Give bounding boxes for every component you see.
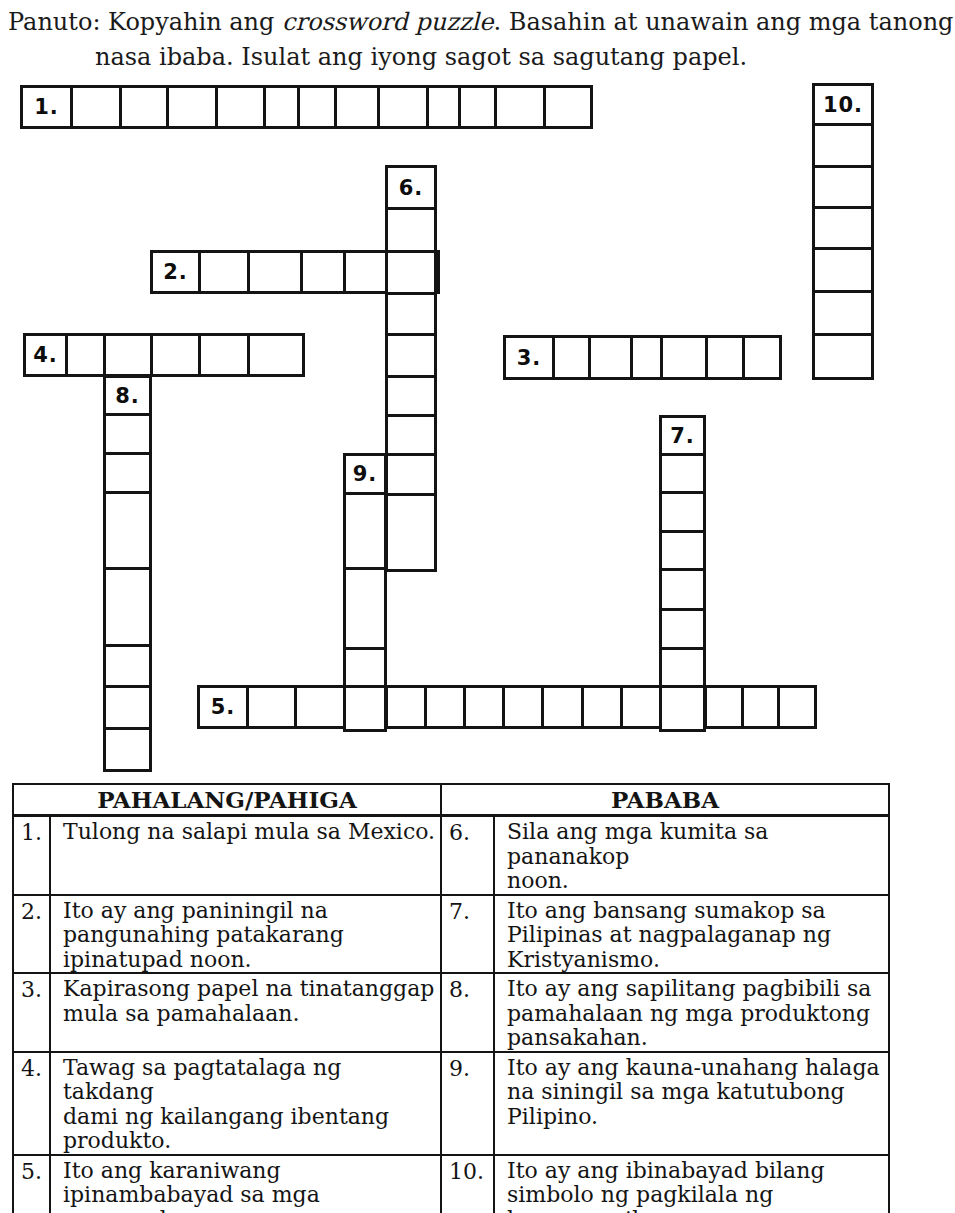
- grid-cell-9-2[interactable]: [343, 492, 387, 570]
- grid-cell-7-5[interactable]: [659, 568, 706, 611]
- grid-cell-4-4[interactable]: [150, 333, 201, 377]
- grid-cell-7-4[interactable]: [659, 530, 706, 571]
- grid-number-1: 1.: [34, 95, 59, 119]
- clue-row-4: 4.Tawag sa pagtatalaga ng takdang dami n…: [13, 1052, 889, 1155]
- grid-cell-5-10[interactable]: [581, 685, 623, 729]
- grid-cell-10-1[interactable]: 10.: [812, 83, 874, 126]
- across-clue-number: 1.: [13, 816, 50, 895]
- grid-number-4: 4.: [33, 343, 58, 367]
- across-clue-text: Kapirasong papel na tinatanggap mula sa …: [50, 973, 441, 1052]
- grid-cell-5-13[interactable]: [704, 685, 744, 729]
- grid-cell-7-3[interactable]: [659, 491, 706, 533]
- grid-cell-4-3[interactable]: [103, 333, 153, 377]
- grid-cell-9-3[interactable]: [343, 567, 387, 650]
- grid-cell-8-5[interactable]: [103, 567, 152, 647]
- grid-cell-8-8[interactable]: [103, 727, 152, 772]
- grid-cell-3-3[interactable]: [588, 335, 633, 380]
- down-clue-number: 10.: [441, 1155, 494, 1213]
- across-clue-text: Tulong na salapi mula sa Mexico.: [50, 816, 441, 895]
- grid-cell-8-2[interactable]: [103, 413, 152, 455]
- grid-number-5: 5.: [211, 695, 236, 719]
- grid-number-8: 8.: [115, 384, 140, 408]
- grid-cell-9-5[interactable]: [343, 685, 387, 732]
- grid-cell-5-2[interactable]: [246, 685, 297, 729]
- grid-number-3: 3.: [517, 346, 542, 370]
- clues-body: 1.Tulong na salapi mula sa Mexico.6.Sila…: [13, 816, 889, 1213]
- grid-cell-6-4[interactable]: [385, 292, 437, 336]
- grid-cell-10-3[interactable]: [812, 165, 874, 209]
- grid-cell-3-5[interactable]: [660, 335, 708, 380]
- grid-cell-3-7[interactable]: [742, 335, 782, 380]
- across-clue-text: Ito ang karaniwang ipinambabayad sa mga …: [50, 1155, 441, 1213]
- grid-cell-3-6[interactable]: [705, 335, 745, 380]
- grid-cell-1-9[interactable]: [377, 85, 429, 129]
- grid-cell-9-4[interactable]: [343, 647, 387, 688]
- grid-cell-1-12[interactable]: [494, 85, 546, 129]
- grid-cell-2-2[interactable]: [198, 250, 250, 294]
- grid-cell-8-1[interactable]: 8.: [103, 375, 152, 416]
- grid-cell-1-11[interactable]: [458, 85, 497, 129]
- grid-cell-5-6[interactable]: [424, 685, 466, 729]
- grid-cell-1-7[interactable]: [297, 85, 337, 129]
- grid-cell-1-10[interactable]: [426, 85, 461, 129]
- grid-cell-8-6[interactable]: [103, 644, 152, 688]
- across-clue-number: 3.: [13, 973, 50, 1052]
- grid-cell-3-4[interactable]: [630, 335, 663, 380]
- grid-cell-6-1[interactable]: 6.: [385, 165, 437, 210]
- clues-header-row: PAHALANG/PAHIGA PABABA: [13, 784, 889, 816]
- grid-cell-7-6[interactable]: [659, 608, 706, 650]
- grid-number-7: 7.: [670, 424, 695, 448]
- grid-cell-8-4[interactable]: [103, 491, 152, 570]
- grid-cell-5-14[interactable]: [741, 685, 780, 729]
- down-clue-text: Sila ang mga kumita sa pananakop noon.: [494, 816, 889, 895]
- grid-cell-10-7[interactable]: [812, 333, 874, 380]
- grid-cell-5-8[interactable]: [502, 685, 544, 729]
- grid-cell-2-5[interactable]: [343, 250, 388, 294]
- down-clue-number: 8.: [441, 973, 494, 1052]
- down-header: PABABA: [441, 784, 889, 816]
- grid-cell-5-7[interactable]: [463, 685, 505, 729]
- grid-cell-10-4[interactable]: [812, 206, 874, 250]
- grid-cell-7-2[interactable]: [659, 453, 706, 494]
- grid-cell-10-6[interactable]: [812, 290, 874, 336]
- grid-cell-6-2[interactable]: [385, 207, 437, 253]
- down-clue-number: 9.: [441, 1052, 494, 1155]
- down-clue-number: 7.: [441, 895, 494, 974]
- grid-cell-6-3[interactable]: [385, 250, 437, 295]
- clue-row-2: 2.Ito ay ang paniningil na pangunahing p…: [13, 895, 889, 974]
- grid-cell-9-1[interactable]: 9.: [343, 453, 387, 495]
- grid-cell-8-3[interactable]: [103, 452, 152, 494]
- grid-cell-3-1[interactable]: 3.: [503, 335, 555, 380]
- grid-cell-7-1[interactable]: 7.: [659, 415, 706, 456]
- grid-cell-1-5[interactable]: [215, 85, 266, 129]
- grid-cell-5-3[interactable]: [294, 685, 346, 729]
- grid-cell-1-1[interactable]: 1.: [20, 85, 73, 129]
- grid-cell-4-1[interactable]: 4.: [23, 333, 68, 377]
- across-clue-number: 2.: [13, 895, 50, 974]
- clues-table: PAHALANG/PAHIGA PABABA 1.Tulong na salap…: [12, 783, 890, 1213]
- crossword-board: 1.2.3.4.5.6.7.8.9.10.: [0, 0, 955, 780]
- grid-cell-6-7[interactable]: [385, 414, 437, 456]
- clue-row-1: 1.Tulong na salapi mula sa Mexico.6.Sila…: [13, 816, 889, 895]
- across-header: PAHALANG/PAHIGA: [13, 784, 441, 816]
- clue-row-5: 5.Ito ang karaniwang ipinambabayad sa mg…: [13, 1155, 889, 1213]
- grid-cell-1-2[interactable]: [70, 85, 122, 129]
- grid-number-10: 10.: [823, 93, 863, 117]
- grid-cell-2-4[interactable]: [300, 250, 346, 294]
- clue-row-3: 3.Kapirasong papel na tinatanggap mula s…: [13, 973, 889, 1052]
- grid-number-2: 2.: [163, 260, 188, 284]
- grid-cell-6-8[interactable]: [385, 453, 437, 496]
- grid-cell-6-5[interactable]: [385, 333, 437, 378]
- grid-cell-6-9[interactable]: [385, 493, 437, 572]
- grid-cell-4-6[interactable]: [247, 333, 305, 377]
- grid-cell-1-8[interactable]: [334, 85, 380, 129]
- grid-cell-1-13[interactable]: [543, 85, 593, 129]
- grid-cell-7-8[interactable]: [659, 685, 706, 732]
- grid-cell-7-7[interactable]: [659, 647, 706, 688]
- grid-cell-3-2[interactable]: [552, 335, 591, 380]
- grid-cell-10-5[interactable]: [812, 247, 874, 293]
- grid-cell-1-4[interactable]: [166, 85, 218, 129]
- grid-cell-5-1[interactable]: 5.: [197, 685, 249, 729]
- grid-cell-5-15[interactable]: [777, 685, 817, 729]
- grid-cell-5-5[interactable]: [385, 685, 427, 729]
- grid-cell-2-1[interactable]: 2.: [150, 250, 201, 294]
- grid-cell-6-6[interactable]: [385, 375, 437, 417]
- across-clue-number: 4.: [13, 1052, 50, 1155]
- down-clue-number: 6.: [441, 816, 494, 895]
- across-clue-text: Ito ay ang paniningil na pangunahing pat…: [50, 895, 441, 974]
- grid-cell-1-3[interactable]: [119, 85, 169, 129]
- down-clue-text: Ito ay ang sapilitang pagbibili sa pamah…: [494, 973, 889, 1052]
- grid-cell-4-5[interactable]: [198, 333, 250, 377]
- grid-number-6: 6.: [399, 176, 424, 200]
- down-clue-text: Ito ay ang kauna-unahang halaga na sinin…: [494, 1052, 889, 1155]
- worksheet-page: Panuto: Kopyahin ang crossword puzzle. B…: [0, 0, 955, 1213]
- grid-cell-5-11[interactable]: [620, 685, 662, 729]
- across-clue-text: Tawag sa pagtatalaga ng takdang dami ng …: [50, 1052, 441, 1155]
- across-clue-number: 5.: [13, 1155, 50, 1213]
- down-clue-text: Ito ang bansang sumakop sa Pilipinas at …: [494, 895, 889, 974]
- grid-cell-2-3[interactable]: [247, 250, 303, 294]
- down-clue-text: Ito ay ang ibinabayad bilang simbolo ng …: [494, 1155, 889, 1213]
- grid-cell-5-9[interactable]: [541, 685, 584, 729]
- grid-cell-8-7[interactable]: [103, 685, 152, 730]
- grid-number-9: 9.: [353, 462, 378, 486]
- grid-cell-1-6[interactable]: [263, 85, 300, 129]
- grid-cell-4-2[interactable]: [65, 333, 106, 377]
- grid-cell-10-2[interactable]: [812, 123, 874, 168]
